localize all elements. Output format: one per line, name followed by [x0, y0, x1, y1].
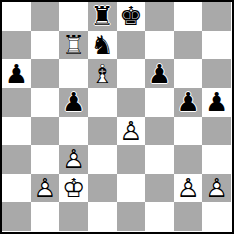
- piece-white-pawn[interactable]: ♙: [31, 174, 60, 203]
- square-a4[interactable]: [2, 117, 31, 146]
- square-h8[interactable]: [202, 2, 231, 31]
- square-d5[interactable]: [88, 88, 117, 117]
- square-b2[interactable]: ♟♙: [31, 174, 60, 203]
- square-b5[interactable]: [31, 88, 60, 117]
- square-b8[interactable]: [31, 2, 60, 31]
- piece-fill-white-pawn: ♟: [174, 174, 203, 203]
- square-e1[interactable]: [117, 202, 146, 231]
- square-b3[interactable]: [31, 145, 60, 174]
- piece-fill-white-pawn: ♟: [202, 174, 231, 203]
- piece-white-rook[interactable]: ♖: [59, 31, 88, 60]
- square-c4[interactable]: [59, 117, 88, 146]
- square-g4[interactable]: [174, 117, 203, 146]
- square-c5[interactable]: ♟: [59, 88, 88, 117]
- piece-fill-white-rook: ♜: [59, 31, 88, 60]
- square-b6[interactable]: [31, 59, 60, 88]
- square-e3[interactable]: [117, 145, 146, 174]
- square-c3[interactable]: ♟♙: [59, 145, 88, 174]
- piece-white-pawn[interactable]: ♙: [59, 145, 88, 174]
- square-f7[interactable]: [145, 31, 174, 60]
- square-f1[interactable]: [145, 202, 174, 231]
- square-d8[interactable]: ♜: [88, 2, 117, 31]
- piece-black-pawn[interactable]: ♟: [145, 59, 174, 88]
- piece-black-pawn[interactable]: ♟: [174, 88, 203, 117]
- piece-black-knight[interactable]: ♞: [88, 31, 117, 60]
- square-a8[interactable]: [2, 2, 31, 31]
- square-d4[interactable]: [88, 117, 117, 146]
- square-g2[interactable]: ♟♙: [174, 174, 203, 203]
- square-a1[interactable]: [2, 202, 31, 231]
- square-h4[interactable]: [202, 117, 231, 146]
- square-g7[interactable]: [174, 31, 203, 60]
- square-h5[interactable]: ♟: [202, 88, 231, 117]
- piece-black-pawn[interactable]: ♟: [59, 88, 88, 117]
- square-g1[interactable]: [174, 202, 203, 231]
- square-g3[interactable]: [174, 145, 203, 174]
- square-a2[interactable]: [2, 174, 31, 203]
- square-f4[interactable]: [145, 117, 174, 146]
- square-h2[interactable]: ♟♙: [202, 174, 231, 203]
- square-h3[interactable]: [202, 145, 231, 174]
- square-b7[interactable]: [31, 31, 60, 60]
- square-d6[interactable]: ♝♗: [88, 59, 117, 88]
- piece-black-pawn[interactable]: ♟: [202, 88, 231, 117]
- piece-fill-white-king: ♚: [59, 174, 88, 203]
- square-d1[interactable]: [88, 202, 117, 231]
- square-b1[interactable]: [31, 202, 60, 231]
- square-f2[interactable]: [145, 174, 174, 203]
- square-g6[interactable]: [174, 59, 203, 88]
- piece-fill-white-pawn: ♟: [59, 145, 88, 174]
- piece-white-pawn[interactable]: ♙: [117, 117, 146, 146]
- piece-black-pawn[interactable]: ♟: [2, 59, 31, 88]
- square-e7[interactable]: [117, 31, 146, 60]
- square-d3[interactable]: [88, 145, 117, 174]
- square-e6[interactable]: [117, 59, 146, 88]
- square-e8[interactable]: ♚: [117, 2, 146, 31]
- square-f5[interactable]: [145, 88, 174, 117]
- square-e4[interactable]: ♟♙: [117, 117, 146, 146]
- piece-black-rook[interactable]: ♜: [88, 2, 117, 31]
- square-a7[interactable]: [2, 31, 31, 60]
- square-c2[interactable]: ♚♔: [59, 174, 88, 203]
- square-a3[interactable]: [2, 145, 31, 174]
- piece-white-pawn[interactable]: ♙: [174, 174, 203, 203]
- square-b4[interactable]: [31, 117, 60, 146]
- square-e2[interactable]: [117, 174, 146, 203]
- square-f3[interactable]: [145, 145, 174, 174]
- piece-white-king[interactable]: ♔: [59, 174, 88, 203]
- square-c8[interactable]: [59, 2, 88, 31]
- square-g8[interactable]: [174, 2, 203, 31]
- square-a5[interactable]: [2, 88, 31, 117]
- piece-fill-white-pawn: ♟: [31, 174, 60, 203]
- square-c7[interactable]: ♜♖: [59, 31, 88, 60]
- square-h6[interactable]: [202, 59, 231, 88]
- chess-board: ♜♚♜♖♞♟♝♗♟♟♟♟♟♙♟♙♟♙♚♔♟♙♟♙: [2, 2, 231, 231]
- piece-fill-white-bishop: ♝: [88, 59, 117, 88]
- chess-board-frame: ♜♚♜♖♞♟♝♗♟♟♟♟♟♙♟♙♟♙♚♔♟♙♟♙: [0, 0, 234, 234]
- square-d7[interactable]: ♞: [88, 31, 117, 60]
- square-h1[interactable]: [202, 202, 231, 231]
- square-f8[interactable]: [145, 2, 174, 31]
- square-d2[interactable]: [88, 174, 117, 203]
- square-g5[interactable]: ♟: [174, 88, 203, 117]
- square-a6[interactable]: ♟: [2, 59, 31, 88]
- square-c1[interactable]: [59, 202, 88, 231]
- piece-white-bishop[interactable]: ♗: [88, 59, 117, 88]
- square-e5[interactable]: [117, 88, 146, 117]
- piece-white-pawn[interactable]: ♙: [202, 174, 231, 203]
- piece-black-king[interactable]: ♚: [117, 2, 146, 31]
- square-h7[interactable]: [202, 31, 231, 60]
- square-f6[interactable]: ♟: [145, 59, 174, 88]
- piece-fill-white-pawn: ♟: [117, 117, 146, 146]
- square-c6[interactable]: [59, 59, 88, 88]
